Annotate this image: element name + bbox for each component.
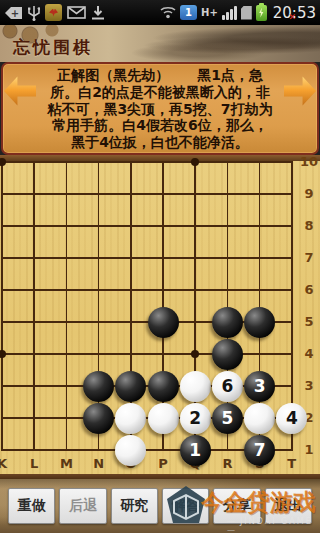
col-label-L: L [25, 456, 43, 471]
redo-button[interactable]: 重做 [8, 488, 55, 524]
move-number: 2 [189, 408, 201, 428]
stone-black-R4 [212, 339, 243, 370]
row-label-5: 5 [299, 314, 319, 329]
col-label-K: K [0, 456, 11, 471]
star-point-K10 [0, 158, 6, 166]
stone-white-Q2: 2 [180, 403, 211, 434]
sim-error-icon [241, 6, 252, 20]
row-label-1: 1 [299, 442, 319, 457]
answer-button[interactable]: 解答 [162, 488, 209, 524]
star-point-Q10 [191, 158, 199, 166]
svg-text:+: + [11, 7, 19, 18]
solution-text: 正解图（黑先劫） 黑1点，急 所。白2的点是不能被黑断入的，非 粘不可，黑3尖顶… [37, 67, 283, 151]
solution-panel: 正解图（黑先劫） 黑1点，急 所。白2的点是不能被黑断入的，非 粘不可，黑3尖顶… [1, 62, 319, 155]
row-label-8: 8 [299, 218, 319, 233]
solution-line: 黑于4位扳，白也不能净活。 [37, 134, 283, 151]
row-label-6: 6 [299, 282, 319, 297]
move-number: 3 [254, 376, 266, 396]
message-count-badge: 1 [180, 5, 197, 20]
stone-black-S5 [244, 307, 275, 338]
grid-line-row-8 [1, 225, 293, 227]
star-point-Q4 [191, 350, 199, 358]
grid-line-col-M [66, 161, 68, 451]
grid-line-row-4 [1, 353, 293, 355]
stone-black-S1: 7 [244, 435, 275, 466]
sim-error-x: ✕ [288, 13, 296, 22]
stone-white-T2: 4 [276, 403, 307, 434]
move-number: 5 [221, 408, 233, 428]
stone-black-N3 [83, 371, 114, 402]
solution-line: 所。白2的点是不能被黑断入的，非 [37, 84, 283, 101]
col-label-P: P [154, 456, 172, 471]
status-icons-left: + [4, 4, 105, 21]
label-icon: + [4, 6, 23, 20]
grid-line-col-L [33, 161, 35, 451]
col-label-M: M [57, 456, 75, 471]
solution-line: 正解图（黑先劫） 黑1点，急 [37, 67, 283, 84]
grid-line-row-6 [1, 289, 293, 291]
row-label-9: 9 [299, 186, 319, 201]
solution-line: 常用手筋。白4假若改6位，那么， [37, 117, 283, 134]
stone-white-S2 [244, 403, 275, 434]
stone-black-Q1: 1 [180, 435, 211, 466]
wifi-icon [160, 6, 176, 19]
move-number: 7 [254, 440, 266, 460]
col-label-N: N [90, 456, 108, 471]
prev-diagram-arrow[interactable] [4, 76, 36, 106]
app-icon [45, 4, 62, 21]
grid-line-row-10 [1, 161, 293, 163]
stone-black-P3 [148, 371, 179, 402]
row-label-4: 4 [299, 346, 319, 361]
grid-line-col-K [1, 161, 3, 451]
network-type-label: H+ [201, 7, 218, 18]
go-board[interactable]: KLMNOPQRST109876543216325417 [0, 155, 320, 479]
stone-white-P2 [148, 403, 179, 434]
usb-icon [28, 5, 40, 21]
app-title: 忘忧围棋 [13, 36, 93, 59]
bottom-toolbar: 重做 后退 研究 解答 分享 退出 今金贷游戏 JINDAI GAME [0, 479, 320, 533]
mail-icon [67, 6, 86, 19]
row-label-7: 7 [299, 250, 319, 265]
share-button[interactable]: 分享 [213, 488, 260, 524]
stone-black-N2 [83, 403, 114, 434]
stone-black-R2: 5 [212, 403, 243, 434]
row-label-3: 3 [299, 378, 319, 393]
stone-white-O2 [115, 403, 146, 434]
signal-bars-icon [222, 6, 237, 20]
solution-line: 粘不可，黑3尖顶，再5挖、7打劫为 [37, 101, 283, 118]
battery-charging-icon [256, 5, 267, 21]
status-bar: + 1 H+ 20:53 ✕ [0, 0, 320, 25]
grid-line-row-7 [1, 257, 293, 259]
grid-line-row-9 [1, 193, 293, 195]
app-screen: + 1 H+ 20:53 ✕ 忘忧围棋 [0, 0, 320, 533]
move-number: 1 [189, 440, 201, 460]
app-title-bar: 忘忧围棋 [0, 25, 320, 62]
stone-black-S3: 3 [244, 371, 275, 402]
stone-black-O3 [115, 371, 146, 402]
stone-white-Q3 [180, 371, 211, 402]
board-top-edge [0, 155, 320, 161]
download-icon [91, 5, 105, 21]
research-button[interactable]: 研究 [111, 488, 158, 524]
undo-button[interactable]: 后退 [59, 488, 106, 524]
next-diagram-arrow[interactable] [284, 76, 316, 106]
stone-white-R3: 6 [212, 371, 243, 402]
stone-white-O1 [115, 435, 146, 466]
col-label-R: R [218, 456, 236, 471]
row-label-10: 10 [299, 155, 319, 169]
stone-black-R5 [212, 307, 243, 338]
move-number: 4 [286, 408, 298, 428]
stone-black-P5 [148, 307, 179, 338]
col-label-T: T [283, 456, 301, 471]
star-point-K4 [0, 350, 6, 358]
exit-button[interactable]: 退出 [265, 488, 312, 524]
move-number: 6 [221, 376, 233, 396]
